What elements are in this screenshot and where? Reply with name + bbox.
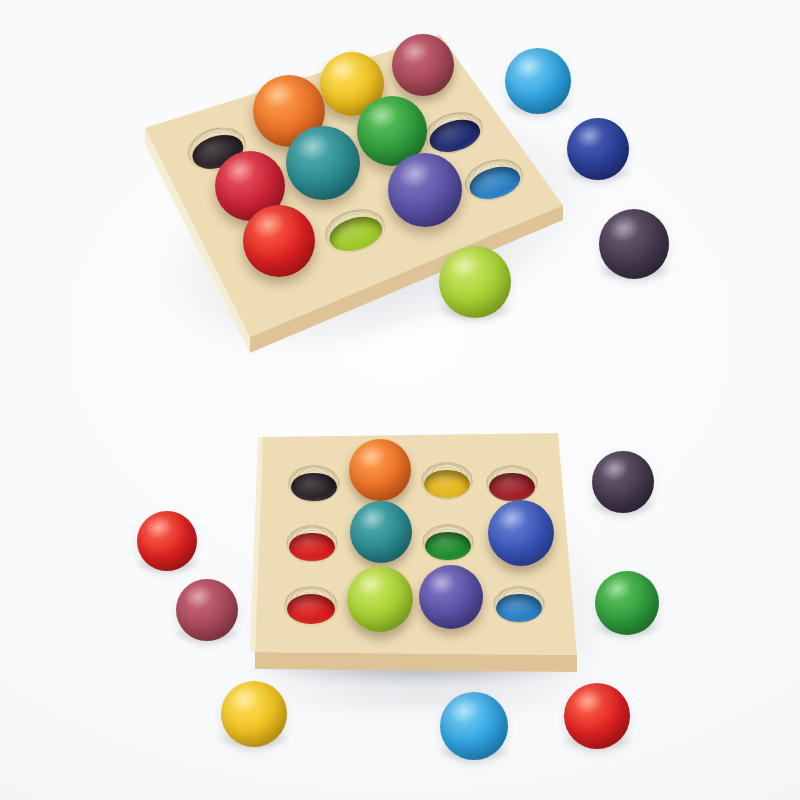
hole-black-bottom-r1c1[interactable] (288, 465, 340, 503)
ball-red-bottom-loose-1[interactable] (137, 511, 197, 571)
ball-highlight (600, 573, 636, 605)
hole-yellow-bottom-r1c3[interactable] (421, 462, 473, 500)
hole-navy-top-r2c4[interactable] (420, 106, 489, 161)
hole-red-bottom-r2c1[interactable] (286, 525, 338, 563)
hole-bottom-red (287, 594, 335, 624)
ball-highlight (572, 120, 606, 151)
ball-highlight (226, 683, 263, 716)
ball-lime-bottom-r3c2[interactable] (347, 566, 413, 632)
hole-green-bottom-r2c3[interactable] (422, 524, 474, 562)
ball-purple-bottom-r3c3[interactable] (419, 565, 483, 629)
ball-highlight (221, 153, 260, 188)
ball-highlight (292, 128, 333, 165)
hole-bottom-lime (325, 211, 386, 257)
ball-highlight (363, 98, 402, 133)
ball-highlight (397, 36, 431, 67)
ball-highlight (493, 502, 530, 535)
ball-green-bottom-loose-4[interactable] (595, 571, 659, 635)
hole-bottom-navy (425, 114, 484, 158)
ball-sky-blue-bottom-loose-6[interactable] (440, 692, 508, 760)
hole-azure-top-r3c4[interactable] (460, 153, 529, 208)
ball-navy-top-loose-2[interactable] (567, 118, 629, 180)
ball-teal-bottom-r2c2[interactable] (350, 501, 412, 563)
ball-highlight (445, 248, 485, 284)
ball-highlight (597, 453, 631, 484)
ball-orange-bottom-r1c2[interactable] (349, 439, 411, 501)
ball-highlight (424, 567, 460, 599)
ball-highlight (394, 155, 435, 192)
hole-azure-bottom-r3c4[interactable] (493, 586, 545, 624)
hole-bottom-red (289, 533, 335, 562)
ball-royal-blue-bottom-r2c4[interactable] (488, 500, 554, 566)
hole-bottom-dark-red (489, 473, 535, 502)
ball-highlight (181, 581, 215, 612)
hole-bottom-green (425, 532, 471, 561)
hole-bottom-yellow (424, 470, 470, 499)
ball-highlight (259, 77, 299, 113)
ball-highlight (446, 694, 484, 728)
hole-bottom-azure (465, 161, 524, 205)
ball-dark-purple-bottom-loose-3[interactable] (592, 451, 654, 513)
ball-lime-top-loose-4[interactable] (439, 246, 511, 318)
hole-red-bottom-r3c1[interactable] (284, 586, 338, 626)
ball-berry-red-bottom-loose-2[interactable] (176, 579, 238, 641)
ball-highlight (605, 211, 644, 246)
ball-teal-top-r2c2[interactable] (286, 126, 360, 200)
ball-highlight (249, 207, 289, 243)
ball-red-top-r3c1[interactable] (243, 205, 315, 277)
hole-bottom-azure (496, 594, 542, 623)
ball-purple-top-r3c3[interactable] (388, 153, 462, 227)
ball-berry-red-top-r1c4[interactable] (392, 34, 454, 96)
hole-dark-red-bottom-r1c4[interactable] (486, 465, 538, 503)
ball-highlight (142, 513, 175, 543)
pieces-layer (0, 0, 800, 800)
ball-highlight (354, 441, 388, 472)
ball-yellow-bottom-loose-5[interactable] (221, 681, 287, 747)
ball-dark-purple-top-loose-3[interactable] (599, 209, 669, 279)
ball-highlight (325, 54, 361, 86)
ball-highlight (352, 568, 389, 601)
product-photo-stage (0, 0, 800, 800)
ball-red-bottom-loose-7[interactable] (564, 683, 630, 749)
ball-highlight (569, 685, 606, 718)
ball-highlight (510, 50, 547, 83)
hole-lime-top-r3c2[interactable] (319, 202, 390, 259)
ball-highlight (355, 503, 389, 534)
hole-bottom-black (291, 473, 337, 502)
ball-sky-blue-top-loose-1[interactable] (505, 48, 571, 114)
